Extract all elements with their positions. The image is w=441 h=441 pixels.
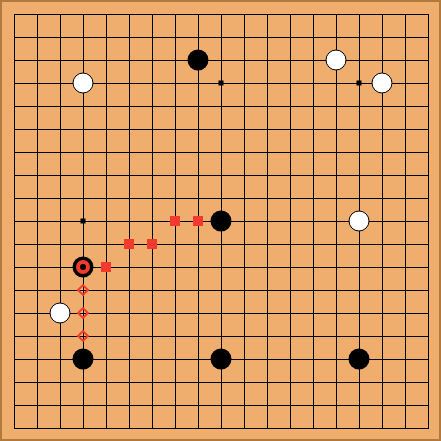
hoshi-point: [219, 81, 224, 86]
black-stone: [349, 349, 370, 370]
square-marker: [193, 216, 203, 226]
go-board: [0, 0, 441, 441]
white-stone: [372, 73, 393, 94]
square-marker: [147, 239, 157, 249]
grid-line-vertical: [336, 14, 337, 429]
diamond-marker: [77, 284, 90, 297]
square-marker: [124, 239, 134, 249]
grid-line-vertical: [428, 14, 429, 429]
circle-marker: [76, 260, 90, 274]
white-stone: [326, 50, 347, 71]
hoshi-point: [81, 219, 86, 224]
grid-line-vertical: [267, 14, 268, 429]
grid-line-vertical: [290, 14, 291, 429]
square-marker: [101, 262, 111, 272]
grid-line-horizontal: [14, 405, 429, 406]
black-stone: [211, 349, 232, 370]
grid-line-horizontal: [14, 428, 429, 429]
grid-line-vertical: [244, 14, 245, 429]
diamond-marker: [77, 330, 90, 343]
white-stone: [73, 73, 94, 94]
grid-line-vertical: [405, 14, 406, 429]
grid-line-vertical: [313, 14, 314, 429]
square-marker: [170, 216, 180, 226]
hoshi-point: [357, 81, 362, 86]
black-stone: [188, 50, 209, 71]
grid-line-horizontal: [14, 244, 429, 245]
white-stone: [50, 303, 71, 324]
black-stone: [211, 211, 232, 232]
diamond-marker: [77, 307, 90, 320]
white-stone: [349, 211, 370, 232]
black-stone: [73, 349, 94, 370]
grid-line-horizontal: [14, 382, 429, 383]
